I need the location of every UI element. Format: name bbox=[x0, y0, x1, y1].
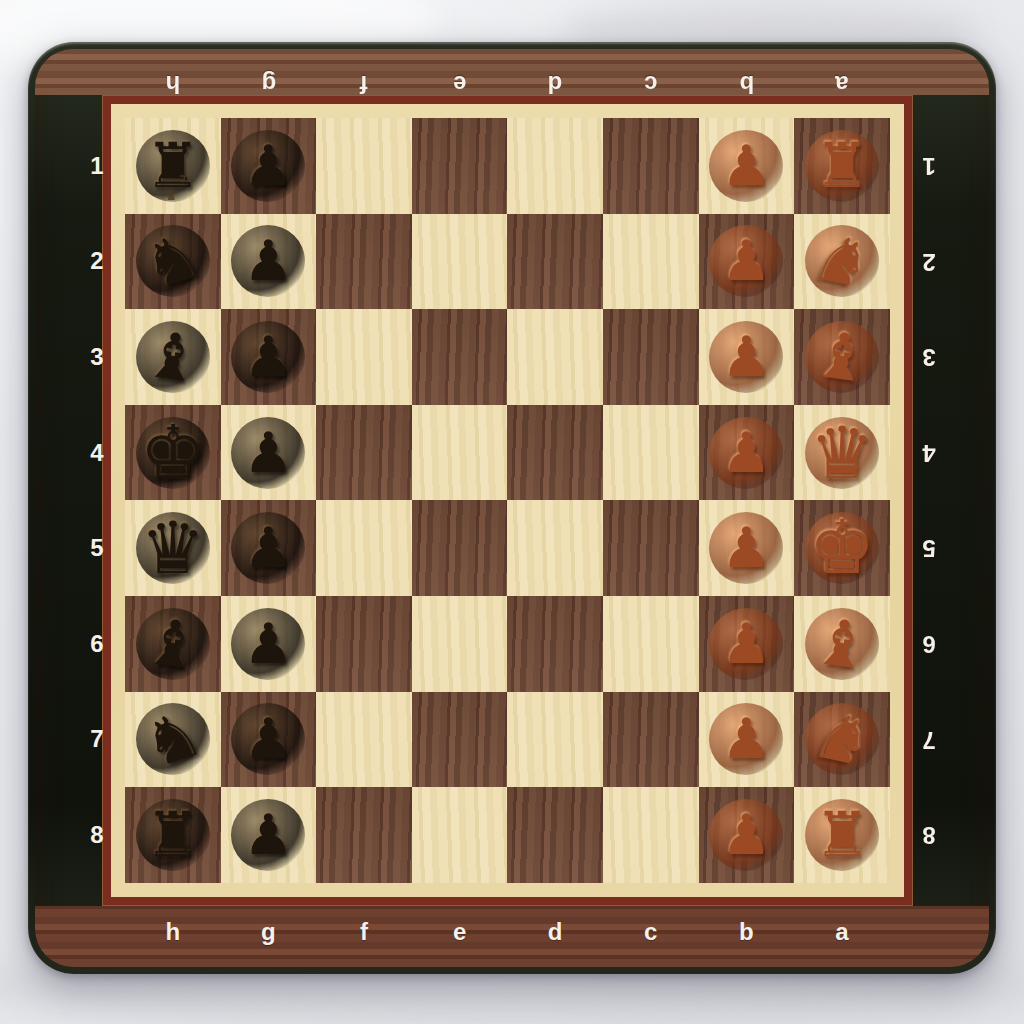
piece-black-pawn[interactable]: ♟ bbox=[243, 329, 293, 385]
square-g2[interactable]: ♟ bbox=[221, 214, 317, 310]
square-c7[interactable] bbox=[603, 692, 699, 788]
knight-glyph: ♞ bbox=[807, 702, 876, 777]
square-f4[interactable] bbox=[316, 405, 412, 501]
piece-red-knight[interactable]: ♞ bbox=[813, 229, 870, 293]
square-h3[interactable]: ♝ bbox=[125, 309, 221, 405]
pawn-glyph: ♟ bbox=[243, 425, 293, 481]
square-d7[interactable] bbox=[507, 692, 603, 788]
square-c1[interactable] bbox=[603, 118, 699, 214]
square-b1[interactable]: ♟ bbox=[699, 118, 795, 214]
square-g4[interactable]: ♟ bbox=[221, 405, 317, 501]
piece-red-bishop[interactable]: ♝ bbox=[813, 325, 870, 389]
files-bottom-label: e bbox=[412, 911, 508, 953]
square-f1[interactable] bbox=[316, 118, 412, 214]
piece-red-pawn[interactable]: ♟ bbox=[721, 616, 771, 672]
square-c2[interactable] bbox=[603, 214, 699, 310]
knight-glyph: ♞ bbox=[807, 224, 876, 299]
queen-glyph: ♛ bbox=[810, 417, 875, 489]
square-a4[interactable]: ♛ bbox=[794, 405, 890, 501]
square-f5[interactable] bbox=[316, 500, 412, 596]
square-c4[interactable] bbox=[603, 405, 699, 501]
ranks-left-label: 6 bbox=[75, 596, 119, 692]
square-f2[interactable] bbox=[316, 214, 412, 310]
square-a1[interactable]: ♜ bbox=[794, 118, 890, 214]
square-d5[interactable] bbox=[507, 500, 603, 596]
ranks-left-label: 3 bbox=[75, 309, 119, 405]
maker-logo-glyph: ♞ bbox=[164, 187, 177, 202]
square-e4[interactable] bbox=[412, 405, 508, 501]
square-d2[interactable] bbox=[507, 214, 603, 310]
square-e8[interactable] bbox=[412, 787, 508, 883]
pawn-glyph: ♟ bbox=[243, 233, 293, 289]
square-b4[interactable]: ♟ bbox=[699, 405, 795, 501]
square-e2[interactable] bbox=[412, 214, 508, 310]
square-g6[interactable]: ♟ bbox=[221, 596, 317, 692]
ranks-left-label: 8 bbox=[75, 787, 119, 883]
pawn-glyph: ♟ bbox=[721, 138, 771, 194]
files-top-label: a bbox=[794, 63, 890, 105]
piece-black-bishop[interactable]: ♝ bbox=[144, 325, 201, 389]
square-f6[interactable] bbox=[316, 596, 412, 692]
square-h5[interactable]: ♛ bbox=[125, 500, 221, 596]
bishop-glyph: ♝ bbox=[140, 608, 206, 679]
square-d4[interactable] bbox=[507, 405, 603, 501]
square-h4[interactable]: ♚ bbox=[125, 405, 221, 501]
square-h7[interactable]: ♞ bbox=[125, 692, 221, 788]
files-bottom-label: h bbox=[125, 911, 221, 953]
square-b2[interactable]: ♟ bbox=[699, 214, 795, 310]
piece-red-pawn[interactable]: ♟ bbox=[721, 329, 771, 385]
ranks-right-label: 4 bbox=[907, 405, 951, 501]
pawn-glyph: ♟ bbox=[243, 138, 293, 194]
ranks-right-label: 8 bbox=[907, 787, 951, 883]
bishop-glyph: ♝ bbox=[809, 321, 875, 392]
ranks-right-label: 2 bbox=[907, 214, 951, 310]
board-squares-grid: ♜♞H♟♟♜♞♟♟♞♝♟♟♝♚♟♟♛♛♟♟♚♝♟♟♝♞♟♟♞♜♟♟♜ bbox=[125, 118, 890, 883]
ranks-right-label: 5 bbox=[907, 500, 951, 596]
piece-red-pawn[interactable]: ♟ bbox=[721, 807, 771, 863]
square-g7[interactable]: ♟ bbox=[221, 692, 317, 788]
piece-black-pawn[interactable]: ♟ bbox=[243, 520, 293, 576]
piece-red-pawn[interactable]: ♟ bbox=[721, 520, 771, 576]
ranks-right-label: 7 bbox=[907, 692, 951, 788]
square-e7[interactable] bbox=[412, 692, 508, 788]
piece-black-knight[interactable]: ♞ bbox=[144, 707, 201, 771]
square-c3[interactable] bbox=[603, 309, 699, 405]
square-b6[interactable]: ♟ bbox=[699, 596, 795, 692]
files-top-label: d bbox=[507, 63, 603, 105]
files-top-label: b bbox=[699, 63, 795, 105]
square-d8[interactable] bbox=[507, 787, 603, 883]
square-a8[interactable]: ♜ bbox=[794, 787, 890, 883]
file-labels-bottom: hgfedcba bbox=[125, 911, 890, 953]
ranks-left-label: 5 bbox=[75, 500, 119, 596]
square-h1[interactable]: ♜♞H bbox=[125, 118, 221, 214]
files-top-label: g bbox=[221, 63, 317, 105]
pawn-glyph: ♟ bbox=[243, 711, 293, 767]
pawn-glyph: ♟ bbox=[721, 616, 771, 672]
maker-logo-text: H bbox=[178, 174, 189, 182]
chessboard-outer-rim: hgfedcba hgfedcba 12345678 12345678 ♜♞H♟… bbox=[28, 42, 996, 974]
pawn-glyph: ♟ bbox=[243, 520, 293, 576]
ranks-left-label: 1 bbox=[75, 118, 119, 214]
square-b3[interactable]: ♟ bbox=[699, 309, 795, 405]
square-b5[interactable]: ♟ bbox=[699, 500, 795, 596]
queen-glyph: ♛ bbox=[141, 512, 206, 584]
piece-red-knight[interactable]: ♞ bbox=[813, 707, 870, 771]
square-e5[interactable] bbox=[412, 500, 508, 596]
square-b8[interactable]: ♟ bbox=[699, 787, 795, 883]
square-b7[interactable]: ♟ bbox=[699, 692, 795, 788]
piece-black-bishop[interactable]: ♝ bbox=[144, 612, 201, 676]
ranks-right-label: 1 bbox=[907, 118, 951, 214]
square-c6[interactable] bbox=[603, 596, 699, 692]
square-a5[interactable]: ♚ bbox=[794, 500, 890, 596]
piece-red-rook[interactable]: ♜ bbox=[814, 135, 870, 197]
piece-black-pawn[interactable]: ♟ bbox=[243, 616, 293, 672]
square-g3[interactable]: ♟ bbox=[221, 309, 317, 405]
rook-glyph: ♜ bbox=[814, 804, 870, 866]
piece-black-pawn[interactable]: ♟ bbox=[243, 711, 293, 767]
king-glyph: ♚ bbox=[140, 416, 206, 490]
rank-labels-left: 12345678 bbox=[75, 118, 119, 883]
ranks-left-label: 4 bbox=[75, 405, 119, 501]
square-h8[interactable]: ♜ bbox=[125, 787, 221, 883]
square-f3[interactable] bbox=[316, 309, 412, 405]
ranks-left-label: 2 bbox=[75, 214, 119, 310]
square-c8[interactable] bbox=[603, 787, 699, 883]
pawn-glyph: ♟ bbox=[243, 616, 293, 672]
piece-red-pawn[interactable]: ♟ bbox=[721, 233, 771, 289]
square-e3[interactable] bbox=[412, 309, 508, 405]
piece-black-pawn[interactable]: ♟ bbox=[243, 425, 293, 481]
pawn-glyph: ♟ bbox=[721, 711, 771, 767]
piece-black-pawn[interactable]: ♟ bbox=[243, 233, 293, 289]
photo-backdrop-fabric: { "game": "chess", "scene_caption": "Ove… bbox=[0, 0, 1024, 1024]
square-a3[interactable]: ♝ bbox=[794, 309, 890, 405]
square-a2[interactable]: ♞ bbox=[794, 214, 890, 310]
square-h2[interactable]: ♞ bbox=[125, 214, 221, 310]
files-bottom-label: d bbox=[507, 911, 603, 953]
square-f7[interactable] bbox=[316, 692, 412, 788]
square-f8[interactable] bbox=[316, 787, 412, 883]
files-bottom-label: a bbox=[794, 911, 890, 953]
maker-logo-knight-icon: ♞H bbox=[164, 187, 187, 202]
pawn-glyph: ♟ bbox=[721, 425, 771, 481]
piece-red-pawn[interactable]: ♟ bbox=[721, 711, 771, 767]
piece-black-rook[interactable]: ♜ bbox=[145, 804, 201, 866]
king-glyph: ♚ bbox=[809, 511, 875, 585]
piece-black-pawn[interactable]: ♟ bbox=[243, 138, 293, 194]
rook-glyph: ♜ bbox=[814, 135, 870, 197]
files-top-label: h bbox=[125, 63, 221, 105]
bishop-glyph: ♝ bbox=[140, 321, 206, 392]
square-d1[interactable] bbox=[507, 118, 603, 214]
chessboard-wood-frame: hgfedcba hgfedcba 12345678 12345678 ♜♞H♟… bbox=[35, 49, 989, 967]
piece-red-bishop[interactable]: ♝ bbox=[813, 612, 870, 676]
square-a6[interactable]: ♝ bbox=[794, 596, 890, 692]
square-c5[interactable] bbox=[603, 500, 699, 596]
files-bottom-label: g bbox=[221, 911, 317, 953]
piece-red-queen[interactable]: ♛ bbox=[810, 417, 875, 489]
ranks-right-label: 3 bbox=[907, 309, 951, 405]
square-e6[interactable] bbox=[412, 596, 508, 692]
square-g5[interactable]: ♟ bbox=[221, 500, 317, 596]
pawn-glyph: ♟ bbox=[721, 329, 771, 385]
knight-glyph: ♞ bbox=[136, 700, 210, 779]
square-h6[interactable]: ♝ bbox=[125, 596, 221, 692]
piece-black-queen[interactable]: ♛ bbox=[141, 512, 206, 584]
pawn-glyph: ♟ bbox=[243, 807, 293, 863]
bishop-glyph: ♝ bbox=[809, 608, 875, 679]
pawn-glyph: ♟ bbox=[243, 329, 293, 385]
ranks-right-label: 6 bbox=[907, 596, 951, 692]
rook-glyph: ♜ bbox=[145, 804, 201, 866]
piece-black-pawn[interactable]: ♟ bbox=[243, 807, 293, 863]
piece-black-knight[interactable]: ♞ bbox=[144, 229, 201, 293]
square-d6[interactable] bbox=[507, 596, 603, 692]
file-labels-top: hgfedcba bbox=[125, 63, 890, 105]
square-a7[interactable]: ♞ bbox=[794, 692, 890, 788]
piece-red-pawn[interactable]: ♟ bbox=[721, 425, 771, 481]
square-d3[interactable] bbox=[507, 309, 603, 405]
piece-black-king[interactable]: ♚ bbox=[140, 416, 206, 490]
square-e1[interactable] bbox=[412, 118, 508, 214]
piece-red-pawn[interactable]: ♟ bbox=[721, 138, 771, 194]
files-bottom-label: c bbox=[603, 911, 699, 953]
piece-red-rook[interactable]: ♜ bbox=[814, 804, 870, 866]
ranks-left-label: 7 bbox=[75, 692, 119, 788]
pawn-glyph: ♟ bbox=[721, 807, 771, 863]
files-top-label: c bbox=[603, 63, 699, 105]
square-g1[interactable]: ♟ bbox=[221, 118, 317, 214]
rank-labels-right: 12345678 bbox=[907, 118, 951, 883]
pawn-glyph: ♟ bbox=[721, 520, 771, 576]
files-bottom-label: b bbox=[699, 911, 795, 953]
files-bottom-label: f bbox=[316, 911, 412, 953]
square-g8[interactable]: ♟ bbox=[221, 787, 317, 883]
pawn-glyph: ♟ bbox=[721, 233, 771, 289]
piece-red-king[interactable]: ♚ bbox=[809, 511, 875, 585]
files-top-label: e bbox=[412, 63, 508, 105]
files-top-label: f bbox=[316, 63, 412, 105]
knight-glyph: ♞ bbox=[136, 222, 210, 301]
